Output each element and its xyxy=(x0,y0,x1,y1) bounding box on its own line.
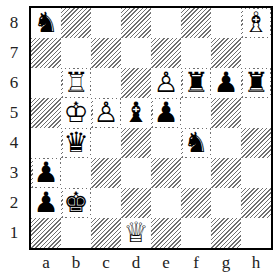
rank-label-1: 1 xyxy=(2,218,26,248)
square-g5[interactable] xyxy=(211,98,241,128)
square-f2[interactable] xyxy=(181,188,211,218)
file-label-b: b xyxy=(61,251,91,275)
piece-black-rook[interactable]: ♜ xyxy=(183,69,210,97)
square-c3[interactable] xyxy=(91,158,121,188)
square-e8[interactable] xyxy=(151,8,181,38)
square-d1[interactable]: ♕ xyxy=(121,218,151,248)
square-d4[interactable] xyxy=(121,128,151,158)
square-b5[interactable]: ♔ xyxy=(61,98,91,128)
piece-black-knight[interactable]: ♞ xyxy=(183,129,210,157)
piece-black-knight[interactable]: ♞ xyxy=(33,9,60,37)
square-f4[interactable]: ♞ xyxy=(181,128,211,158)
square-b2[interactable]: ♚ xyxy=(61,188,91,218)
chess-board: ♞♗♖♙♜♟♜♔♙♝♟♛♞♟♟♚♕ xyxy=(29,6,273,250)
file-label-d: d xyxy=(121,251,151,275)
square-d7[interactable] xyxy=(121,38,151,68)
square-g4[interactable] xyxy=(211,128,241,158)
square-g7[interactable] xyxy=(211,38,241,68)
square-e3[interactable] xyxy=(151,158,181,188)
rank-label-2: 2 xyxy=(2,188,26,218)
piece-black-pawn[interactable]: ♟ xyxy=(153,99,180,127)
square-b4[interactable]: ♛ xyxy=(61,128,91,158)
square-e6[interactable]: ♙ xyxy=(151,68,181,98)
square-a3[interactable]: ♟ xyxy=(31,158,61,188)
square-h5[interactable] xyxy=(241,98,271,128)
square-f7[interactable] xyxy=(181,38,211,68)
square-d3[interactable] xyxy=(121,158,151,188)
square-b1[interactable] xyxy=(61,218,91,248)
square-a2[interactable]: ♟ xyxy=(31,188,61,218)
piece-white-king[interactable]: ♔ xyxy=(63,99,90,127)
piece-white-pawn[interactable]: ♙ xyxy=(153,69,180,97)
square-h7[interactable] xyxy=(241,38,271,68)
square-h3[interactable] xyxy=(241,158,271,188)
square-h8[interactable]: ♗ xyxy=(241,8,271,38)
piece-white-pawn[interactable]: ♙ xyxy=(93,99,120,127)
square-a8[interactable]: ♞ xyxy=(31,8,61,38)
piece-black-rook[interactable]: ♜ xyxy=(243,69,270,97)
square-c6[interactable] xyxy=(91,68,121,98)
file-label-g: g xyxy=(211,251,241,275)
square-h2[interactable] xyxy=(241,188,271,218)
square-a4[interactable] xyxy=(31,128,61,158)
piece-black-queen[interactable]: ♛ xyxy=(63,129,90,157)
chess-diagram: ♞♗♖♙♜♟♜♔♙♝♟♛♞♟♟♚♕ 87654321 abcdefgh xyxy=(0,0,279,279)
square-e1[interactable] xyxy=(151,218,181,248)
file-label-h: h xyxy=(241,251,271,275)
square-e7[interactable] xyxy=(151,38,181,68)
square-f5[interactable] xyxy=(181,98,211,128)
square-c5[interactable]: ♙ xyxy=(91,98,121,128)
square-g3[interactable] xyxy=(211,158,241,188)
square-d2[interactable] xyxy=(121,188,151,218)
square-h1[interactable] xyxy=(241,218,271,248)
piece-black-bishop[interactable]: ♝ xyxy=(123,99,150,127)
rank-label-5: 5 xyxy=(2,98,26,128)
piece-white-queen[interactable]: ♕ xyxy=(123,219,150,247)
square-e5[interactable]: ♟ xyxy=(151,98,181,128)
rank-label-6: 6 xyxy=(2,68,26,98)
square-g6[interactable]: ♟ xyxy=(211,68,241,98)
square-g1[interactable] xyxy=(211,218,241,248)
piece-black-pawn[interactable]: ♟ xyxy=(33,189,60,217)
square-e2[interactable] xyxy=(151,188,181,218)
piece-black-pawn[interactable]: ♟ xyxy=(33,159,60,187)
square-f8[interactable] xyxy=(181,8,211,38)
square-c1[interactable] xyxy=(91,218,121,248)
file-label-f: f xyxy=(181,251,211,275)
square-c8[interactable] xyxy=(91,8,121,38)
square-a5[interactable] xyxy=(31,98,61,128)
square-h4[interactable] xyxy=(241,128,271,158)
square-g2[interactable] xyxy=(211,188,241,218)
square-a1[interactable] xyxy=(31,218,61,248)
file-label-c: c xyxy=(91,251,121,275)
piece-white-rook[interactable]: ♖ xyxy=(63,69,90,97)
square-b3[interactable] xyxy=(61,158,91,188)
piece-black-king[interactable]: ♚ xyxy=(63,189,90,217)
square-b8[interactable] xyxy=(61,8,91,38)
square-h6[interactable]: ♜ xyxy=(241,68,271,98)
square-d6[interactable] xyxy=(121,68,151,98)
piece-black-pawn[interactable]: ♟ xyxy=(213,69,240,97)
square-a7[interactable] xyxy=(31,38,61,68)
square-c7[interactable] xyxy=(91,38,121,68)
rank-label-4: 4 xyxy=(2,128,26,158)
square-c4[interactable] xyxy=(91,128,121,158)
square-f3[interactable] xyxy=(181,158,211,188)
square-e4[interactable] xyxy=(151,128,181,158)
square-d5[interactable]: ♝ xyxy=(121,98,151,128)
square-f6[interactable]: ♜ xyxy=(181,68,211,98)
square-g8[interactable] xyxy=(211,8,241,38)
square-b6[interactable]: ♖ xyxy=(61,68,91,98)
file-label-a: a xyxy=(31,251,61,275)
file-label-e: e xyxy=(151,251,181,275)
piece-white-bishop[interactable]: ♗ xyxy=(243,9,270,37)
rank-label-3: 3 xyxy=(2,158,26,188)
square-a6[interactable] xyxy=(31,68,61,98)
square-c2[interactable] xyxy=(91,188,121,218)
rank-label-7: 7 xyxy=(2,38,26,68)
rank-label-8: 8 xyxy=(2,8,26,38)
square-b7[interactable] xyxy=(61,38,91,68)
square-f1[interactable] xyxy=(181,218,211,248)
square-d8[interactable] xyxy=(121,8,151,38)
